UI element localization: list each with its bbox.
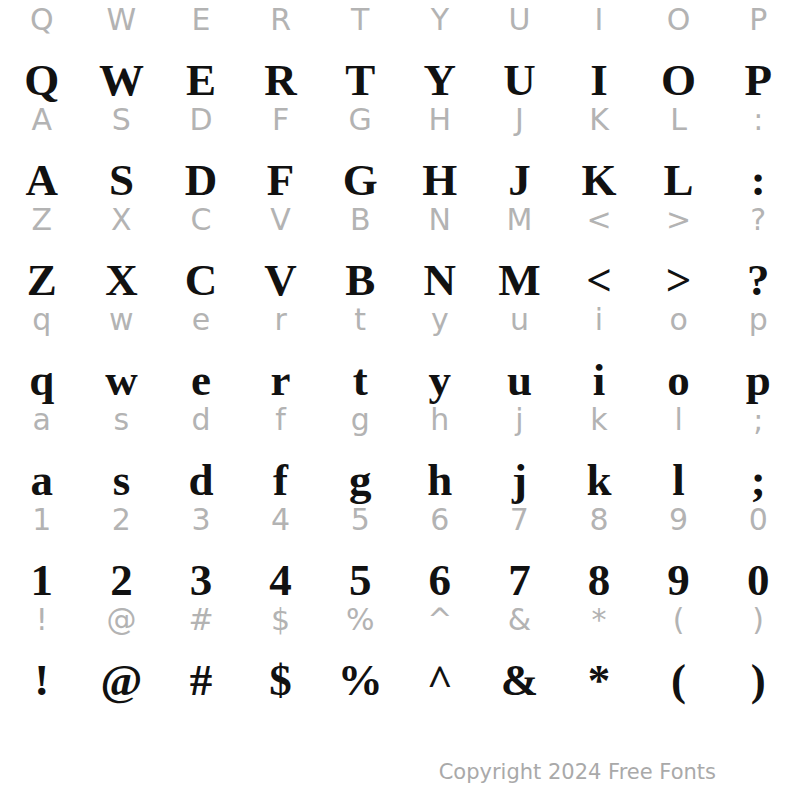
specimen-row-main-1: QWERTYUIOP <box>2 50 798 110</box>
glyph-cell: e <box>161 350 241 410</box>
glyph-cell: T <box>320 0 400 40</box>
glyph-cell: E <box>161 0 241 40</box>
glyph-cell: Z <box>2 250 82 310</box>
glyph-cell: l <box>639 450 719 510</box>
row-pair-7: !@#$%^&*()!@#$%^&*() <box>2 600 798 700</box>
glyph-cell: K <box>559 150 639 210</box>
glyph-cell: Y <box>400 50 480 110</box>
glyph-cell: I <box>559 50 639 110</box>
glyph-cell: O <box>639 50 719 110</box>
glyph-cell: % <box>320 650 400 710</box>
glyph-cell: 6 <box>400 550 480 610</box>
specimen-row-main-6: 1234567890 <box>2 550 798 610</box>
glyph-cell: F <box>241 150 321 210</box>
glyph-cell: 4 <box>241 550 321 610</box>
specimen-row-main-2: ASDFGHJKL: <box>2 150 798 210</box>
row-pair-2: ASDFGHJKL:ASDFGHJKL: <box>2 100 798 200</box>
glyph-grid: QWERTYUIOPQWERTYUIOPASDFGHJKL:ASDFGHJKL:… <box>2 0 798 700</box>
glyph-cell: f <box>241 450 321 510</box>
glyph-cell: 5 <box>320 550 400 610</box>
glyph-cell: p <box>718 350 798 410</box>
glyph-cell: o <box>639 350 719 410</box>
glyph-cell: L <box>639 150 719 210</box>
glyph-cell: D <box>161 150 241 210</box>
glyph-cell: ) <box>718 650 798 710</box>
specimen-row-main-7: !@#$%^&*() <box>2 650 798 710</box>
row-pair-1: QWERTYUIOPQWERTYUIOP <box>2 0 798 100</box>
row-pair-5: asdfghjkl;asdfghjkl; <box>2 400 798 500</box>
specimen-row-main-3: ZXCVBNM<>? <box>2 250 798 310</box>
glyph-cell: R <box>241 0 321 40</box>
glyph-cell: I <box>559 0 639 40</box>
glyph-cell: 8 <box>559 550 639 610</box>
glyph-cell: h <box>400 450 480 510</box>
glyph-cell: T <box>320 50 400 110</box>
glyph-cell: 0 <box>718 550 798 610</box>
glyph-cell: N <box>400 250 480 310</box>
specimen-row-ghost-1: QWERTYUIOP <box>2 0 798 40</box>
glyph-cell: U <box>480 50 560 110</box>
glyph-cell: J <box>480 150 560 210</box>
glyph-cell: ; <box>718 450 798 510</box>
glyph-cell: * <box>559 650 639 710</box>
glyph-cell: W <box>82 0 162 40</box>
glyph-cell: V <box>241 250 321 310</box>
glyph-cell: ! <box>2 650 82 710</box>
glyph-cell: M <box>480 250 560 310</box>
glyph-cell: k <box>559 450 639 510</box>
glyph-cell: ? <box>718 250 798 310</box>
glyph-cell: $ <box>241 650 321 710</box>
glyph-cell: q <box>2 350 82 410</box>
glyph-cell: u <box>480 350 560 410</box>
glyph-cell: @ <box>82 650 162 710</box>
glyph-cell: t <box>320 350 400 410</box>
glyph-cell: ( <box>639 650 719 710</box>
glyph-cell: U <box>480 0 560 40</box>
glyph-cell: Y <box>400 0 480 40</box>
glyph-cell: A <box>2 150 82 210</box>
specimen-row-main-4: qwertyuiop <box>2 350 798 410</box>
glyph-cell: w <box>82 350 162 410</box>
copyright-text: Copyright 2024 Free Fonts <box>2 757 798 787</box>
glyph-cell: i <box>559 350 639 410</box>
glyph-cell: P <box>718 0 798 40</box>
glyph-cell: X <box>82 250 162 310</box>
glyph-cell: < <box>559 250 639 310</box>
glyph-cell: : <box>718 150 798 210</box>
glyph-cell: 2 <box>82 550 162 610</box>
row-pair-4: qwertyuiopqwertyuiop <box>2 300 798 400</box>
glyph-cell: C <box>161 250 241 310</box>
glyph-cell: ^ <box>400 650 480 710</box>
glyph-cell: E <box>161 50 241 110</box>
glyph-cell: 3 <box>161 550 241 610</box>
glyph-cell: y <box>400 350 480 410</box>
row-pair-3: ZXCVBNM<>?ZXCVBNM<>? <box>2 200 798 300</box>
glyph-cell: 1 <box>2 550 82 610</box>
glyph-cell: 7 <box>480 550 560 610</box>
glyph-cell: d <box>161 450 241 510</box>
glyph-cell: Q <box>2 0 82 40</box>
specimen-row-main-5: asdfghjkl; <box>2 450 798 510</box>
glyph-cell: & <box>480 650 560 710</box>
glyph-cell: Q <box>2 50 82 110</box>
glyph-cell: H <box>400 150 480 210</box>
glyph-cell: W <box>82 50 162 110</box>
glyph-cell: S <box>82 150 162 210</box>
glyph-cell: G <box>320 150 400 210</box>
glyph-cell: R <box>241 50 321 110</box>
glyph-cell: j <box>480 450 560 510</box>
glyph-cell: g <box>320 450 400 510</box>
glyph-cell: P <box>718 50 798 110</box>
glyph-cell: B <box>320 250 400 310</box>
row-pair-6: 12345678901234567890 <box>2 500 798 600</box>
glyph-cell: r <box>241 350 321 410</box>
glyph-cell: 9 <box>639 550 719 610</box>
glyph-cell: a <box>2 450 82 510</box>
font-specimen-board: QWERTYUIOPQWERTYUIOPASDFGHJKL:ASDFGHJKL:… <box>0 0 798 787</box>
glyph-cell: O <box>639 0 719 40</box>
glyph-cell: # <box>161 650 241 710</box>
glyph-cell: > <box>639 250 719 310</box>
glyph-cell: s <box>82 450 162 510</box>
